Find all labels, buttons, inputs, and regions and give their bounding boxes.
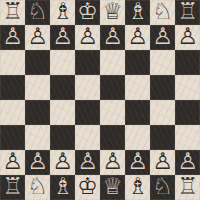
square-a5[interactable] xyxy=(175,100,200,125)
square-d7[interactable]: ♙ xyxy=(100,150,125,175)
square-a6[interactable] xyxy=(175,125,200,150)
piece-black-rook: ♖ xyxy=(177,174,198,199)
square-h8[interactable]: ♖ xyxy=(0,175,25,200)
square-g4[interactable] xyxy=(25,75,50,100)
square-f8[interactable]: ♗ xyxy=(50,175,75,200)
square-h2[interactable]: ♙ xyxy=(0,25,25,50)
square-c5[interactable] xyxy=(125,100,150,125)
square-f2[interactable]: ♙ xyxy=(50,25,75,50)
square-d4[interactable] xyxy=(100,75,125,100)
square-g3[interactable] xyxy=(25,50,50,75)
piece-black-knight: ♘ xyxy=(27,174,48,199)
square-a1[interactable]: ♖ xyxy=(175,0,200,25)
piece-black-pawn: ♙ xyxy=(77,149,98,174)
piece-white-pawn: ♙ xyxy=(2,24,23,49)
square-c1[interactable]: ♗ xyxy=(125,0,150,25)
piece-white-rook: ♖ xyxy=(2,0,23,24)
square-d2[interactable]: ♙ xyxy=(100,25,125,50)
square-d5[interactable] xyxy=(100,100,125,125)
piece-black-knight: ♘ xyxy=(152,174,173,199)
piece-white-rook: ♖ xyxy=(177,0,198,24)
square-e5[interactable] xyxy=(75,100,100,125)
square-h6[interactable] xyxy=(0,125,25,150)
square-a4[interactable] xyxy=(175,75,200,100)
square-b1[interactable]: ♘ xyxy=(150,0,175,25)
piece-white-queen: ♕ xyxy=(102,0,123,24)
square-e6[interactable] xyxy=(75,125,100,150)
piece-black-king: ♔ xyxy=(77,174,98,199)
square-e1[interactable]: ♔ xyxy=(75,0,100,25)
square-a2[interactable]: ♙ xyxy=(175,25,200,50)
square-h4[interactable] xyxy=(0,75,25,100)
piece-black-rook: ♖ xyxy=(2,174,23,199)
piece-white-pawn: ♙ xyxy=(127,24,148,49)
piece-black-pawn: ♙ xyxy=(177,149,198,174)
square-f6[interactable] xyxy=(50,125,75,150)
square-g2[interactable]: ♙ xyxy=(25,25,50,50)
square-g6[interactable] xyxy=(25,125,50,150)
piece-black-pawn: ♙ xyxy=(2,149,23,174)
square-b2[interactable]: ♙ xyxy=(150,25,175,50)
square-e8[interactable]: ♔ xyxy=(75,175,100,200)
square-g8[interactable]: ♘ xyxy=(25,175,50,200)
square-d6[interactable] xyxy=(100,125,125,150)
piece-white-pawn: ♙ xyxy=(77,24,98,49)
square-f3[interactable] xyxy=(50,50,75,75)
square-a8[interactable]: ♖ xyxy=(175,175,200,200)
piece-white-pawn: ♙ xyxy=(27,24,48,49)
piece-white-pawn: ♙ xyxy=(52,24,73,49)
piece-black-bishop: ♗ xyxy=(127,174,148,199)
square-g1[interactable]: ♘ xyxy=(25,0,50,25)
piece-black-pawn: ♙ xyxy=(127,149,148,174)
square-d3[interactable] xyxy=(100,50,125,75)
piece-white-pawn: ♙ xyxy=(177,24,198,49)
piece-black-pawn: ♙ xyxy=(152,149,173,174)
square-b8[interactable]: ♘ xyxy=(150,175,175,200)
square-e7[interactable]: ♙ xyxy=(75,150,100,175)
square-c4[interactable] xyxy=(125,75,150,100)
square-f4[interactable] xyxy=(50,75,75,100)
square-b4[interactable] xyxy=(150,75,175,100)
square-e2[interactable]: ♙ xyxy=(75,25,100,50)
piece-white-knight: ♘ xyxy=(152,0,173,24)
square-f1[interactable]: ♗ xyxy=(50,0,75,25)
square-a7[interactable]: ♙ xyxy=(175,150,200,175)
square-c2[interactable]: ♙ xyxy=(125,25,150,50)
piece-black-pawn: ♙ xyxy=(27,149,48,174)
piece-black-pawn: ♙ xyxy=(52,149,73,174)
piece-black-bishop: ♗ xyxy=(52,174,73,199)
square-d1[interactable]: ♕ xyxy=(100,0,125,25)
square-h3[interactable] xyxy=(0,50,25,75)
square-c6[interactable] xyxy=(125,125,150,150)
square-f5[interactable] xyxy=(50,100,75,125)
piece-white-knight: ♘ xyxy=(27,0,48,24)
square-b7[interactable]: ♙ xyxy=(150,150,175,175)
square-c7[interactable]: ♙ xyxy=(125,150,150,175)
square-d8[interactable]: ♕ xyxy=(100,175,125,200)
square-c8[interactable]: ♗ xyxy=(125,175,150,200)
square-h5[interactable] xyxy=(0,100,25,125)
piece-white-pawn: ♙ xyxy=(152,24,173,49)
square-e3[interactable] xyxy=(75,50,100,75)
square-b3[interactable] xyxy=(150,50,175,75)
piece-white-bishop: ♗ xyxy=(52,0,73,24)
square-g7[interactable]: ♙ xyxy=(25,150,50,175)
piece-black-queen: ♕ xyxy=(102,174,123,199)
square-h7[interactable]: ♙ xyxy=(0,150,25,175)
square-g5[interactable] xyxy=(25,100,50,125)
piece-black-pawn: ♙ xyxy=(102,149,123,174)
square-b5[interactable] xyxy=(150,100,175,125)
square-c3[interactable] xyxy=(125,50,150,75)
piece-white-pawn: ♙ xyxy=(102,24,123,49)
chess-board: ♖♘♗♔♕♗♘♖♙♙♙♙♙♙♙♙♙♙♙♙♙♙♙♙♖♘♗♔♕♗♘♖ xyxy=(0,0,200,200)
square-b6[interactable] xyxy=(150,125,175,150)
square-f7[interactable]: ♙ xyxy=(50,150,75,175)
square-a3[interactable] xyxy=(175,50,200,75)
piece-white-bishop: ♗ xyxy=(127,0,148,24)
square-h1[interactable]: ♖ xyxy=(0,0,25,25)
piece-white-king: ♔ xyxy=(77,0,98,24)
square-e4[interactable] xyxy=(75,75,100,100)
